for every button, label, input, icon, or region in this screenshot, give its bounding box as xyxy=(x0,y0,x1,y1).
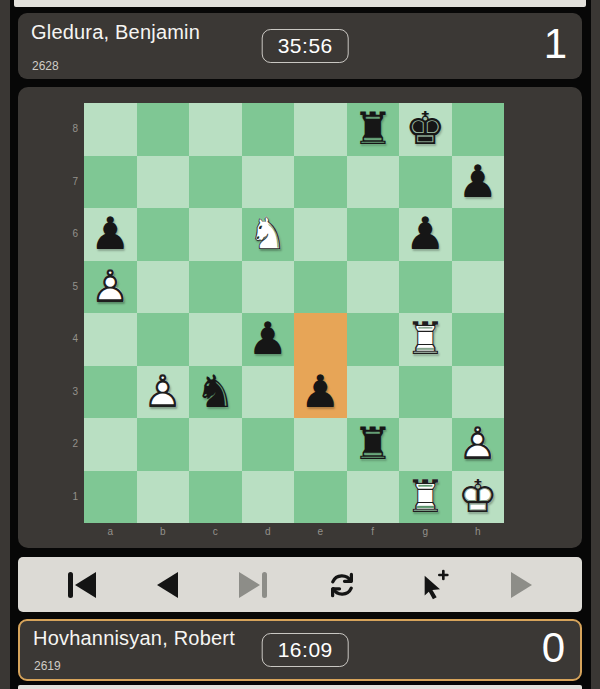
rank-label-6: 6 xyxy=(18,208,78,261)
step-forward-icon xyxy=(511,572,532,598)
square-g2[interactable] xyxy=(399,418,452,471)
square-d1[interactable] xyxy=(242,471,295,524)
board-panel: 87654321 ♜♚♟♟♞♘♟♟♙♟♜♖♟♙♞♟♜♟♙♜♖♚♔ abcdefg… xyxy=(18,87,582,548)
top-player-bar: Gledura, Benjamin 2628 35:56 1 xyxy=(18,13,582,79)
square-e6[interactable] xyxy=(294,208,347,261)
analysis-arrow-plus-icon xyxy=(418,569,450,601)
white-pawn-b3: ♟♙ xyxy=(137,366,190,419)
square-c7[interactable] xyxy=(189,156,242,209)
black-pawn-h7: ♟ xyxy=(452,156,505,209)
square-h7[interactable]: ♟ xyxy=(452,156,505,209)
square-a8[interactable] xyxy=(84,103,137,156)
square-f6[interactable] xyxy=(347,208,400,261)
skip-to-end-button[interactable] xyxy=(239,572,267,598)
controls-bar xyxy=(18,557,582,612)
square-b6[interactable] xyxy=(137,208,190,261)
square-c5[interactable] xyxy=(189,261,242,314)
file-labels: abcdefgh xyxy=(84,525,504,538)
square-h1[interactable]: ♚♔ xyxy=(452,471,505,524)
top-player-name: Gledura, Benjamin xyxy=(31,21,200,44)
chess-board: ♜♚♟♟♞♘♟♟♙♟♜♖♟♙♞♟♜♟♙♜♖♚♔ xyxy=(84,103,504,523)
square-c2[interactable] xyxy=(189,418,242,471)
screen-edge-left xyxy=(0,0,10,689)
black-rook-f8: ♜ xyxy=(347,103,400,156)
square-d5[interactable] xyxy=(242,261,295,314)
square-h3[interactable] xyxy=(452,366,505,419)
black-pawn-g6: ♟ xyxy=(399,208,452,261)
step-back-icon xyxy=(157,572,178,598)
square-a7[interactable] xyxy=(84,156,137,209)
square-g1[interactable]: ♜♖ xyxy=(399,471,452,524)
square-b5[interactable] xyxy=(137,261,190,314)
square-b2[interactable] xyxy=(137,418,190,471)
square-c8[interactable] xyxy=(189,103,242,156)
square-g3[interactable] xyxy=(399,366,452,419)
square-g7[interactable] xyxy=(399,156,452,209)
bottom-player-rating: 2619 xyxy=(34,659,61,673)
black-pawn-e3: ♟ xyxy=(294,366,347,419)
file-label-h: h xyxy=(452,525,505,538)
white-knight-d6: ♞♘ xyxy=(242,208,295,261)
square-e1[interactable] xyxy=(294,471,347,524)
square-a5[interactable]: ♟♙ xyxy=(84,261,137,314)
square-h5[interactable] xyxy=(452,261,505,314)
square-d4[interactable]: ♟ xyxy=(242,313,295,366)
square-g8[interactable]: ♚ xyxy=(399,103,452,156)
square-a6[interactable]: ♟ xyxy=(84,208,137,261)
square-c1[interactable] xyxy=(189,471,242,524)
square-b4[interactable] xyxy=(137,313,190,366)
white-rook-g4: ♜♖ xyxy=(399,313,452,366)
square-c6[interactable] xyxy=(189,208,242,261)
rank-label-4: 4 xyxy=(18,313,78,366)
square-d7[interactable] xyxy=(242,156,295,209)
square-f4[interactable] xyxy=(347,313,400,366)
square-g4[interactable]: ♜♖ xyxy=(399,313,452,366)
file-label-e: e xyxy=(294,525,347,538)
square-e2[interactable] xyxy=(294,418,347,471)
white-rook-g1: ♜♖ xyxy=(399,471,452,524)
square-h2[interactable]: ♟♙ xyxy=(452,418,505,471)
square-g6[interactable]: ♟ xyxy=(399,208,452,261)
square-b3[interactable]: ♟♙ xyxy=(137,366,190,419)
square-h8[interactable] xyxy=(452,103,505,156)
rank-label-7: 7 xyxy=(18,156,78,209)
white-king-h1: ♚♔ xyxy=(452,471,505,524)
top-strip xyxy=(14,0,586,7)
black-rook-f2: ♜ xyxy=(347,418,400,471)
file-label-g: g xyxy=(399,525,452,538)
square-f2[interactable]: ♜ xyxy=(347,418,400,471)
rank-label-2: 2 xyxy=(18,418,78,471)
black-knight-c3: ♞ xyxy=(189,366,242,419)
square-h6[interactable] xyxy=(452,208,505,261)
square-a4[interactable] xyxy=(84,313,137,366)
white-pawn-a5: ♟♙ xyxy=(84,261,137,314)
bottom-player-clock: 16:09 xyxy=(262,633,349,667)
square-h4[interactable] xyxy=(452,313,505,366)
white-pawn-h2: ♟♙ xyxy=(452,418,505,471)
square-c3[interactable]: ♞ xyxy=(189,366,242,419)
square-b7[interactable] xyxy=(137,156,190,209)
top-player-rating: 2628 xyxy=(32,59,59,73)
square-d8[interactable] xyxy=(242,103,295,156)
square-a3[interactable] xyxy=(84,366,137,419)
square-f7[interactable] xyxy=(347,156,400,209)
screen-edge-right xyxy=(591,0,600,689)
file-label-a: a xyxy=(84,525,137,538)
square-f8[interactable]: ♜ xyxy=(347,103,400,156)
black-king-g8: ♚ xyxy=(399,103,452,156)
bottom-strip xyxy=(18,685,582,689)
square-e5[interactable] xyxy=(294,261,347,314)
square-b1[interactable] xyxy=(137,471,190,524)
rank-label-5: 5 xyxy=(18,261,78,314)
rank-label-1: 1 xyxy=(18,471,78,524)
skip-to-start-button[interactable] xyxy=(68,572,96,598)
skip-to-start-icon xyxy=(68,572,73,598)
skip-to-end-icon xyxy=(239,572,260,598)
file-label-f: f xyxy=(347,525,400,538)
square-e7[interactable] xyxy=(294,156,347,209)
square-d2[interactable] xyxy=(242,418,295,471)
bottom-player-score: 0 xyxy=(542,624,565,672)
analysis-arrow-button[interactable] xyxy=(418,569,450,601)
black-pawn-a6: ♟ xyxy=(84,208,137,261)
bottom-player-bar: Hovhannisyan, Robert 2619 16:09 0 xyxy=(18,619,582,681)
square-a2[interactable] xyxy=(84,418,137,471)
square-d3[interactable] xyxy=(242,366,295,419)
square-b8[interactable] xyxy=(137,103,190,156)
square-c4[interactable] xyxy=(189,313,242,366)
square-e8[interactable] xyxy=(294,103,347,156)
top-player-clock: 35:56 xyxy=(262,29,349,63)
square-e4[interactable] xyxy=(294,313,347,366)
black-pawn-d4: ♟ xyxy=(242,313,295,366)
square-f5[interactable] xyxy=(347,261,400,314)
square-d6[interactable]: ♞♘ xyxy=(242,208,295,261)
top-player-score: 1 xyxy=(544,20,567,68)
refresh-button[interactable] xyxy=(327,570,357,600)
bottom-player-name: Hovhannisyan, Robert xyxy=(33,627,235,650)
file-label-b: b xyxy=(137,525,190,538)
rank-label-3: 3 xyxy=(18,366,78,419)
file-label-c: c xyxy=(189,525,242,538)
square-a1[interactable] xyxy=(84,471,137,524)
square-g5[interactable] xyxy=(399,261,452,314)
step-forward-button[interactable] xyxy=(511,572,532,598)
square-e3[interactable]: ♟ xyxy=(294,366,347,419)
rank-label-8: 8 xyxy=(18,103,78,156)
square-f1[interactable] xyxy=(347,471,400,524)
file-label-d: d xyxy=(242,525,295,538)
step-back-button[interactable] xyxy=(157,572,178,598)
rank-labels: 87654321 xyxy=(18,103,78,523)
square-f3[interactable] xyxy=(347,366,400,419)
refresh-icon xyxy=(327,570,357,600)
